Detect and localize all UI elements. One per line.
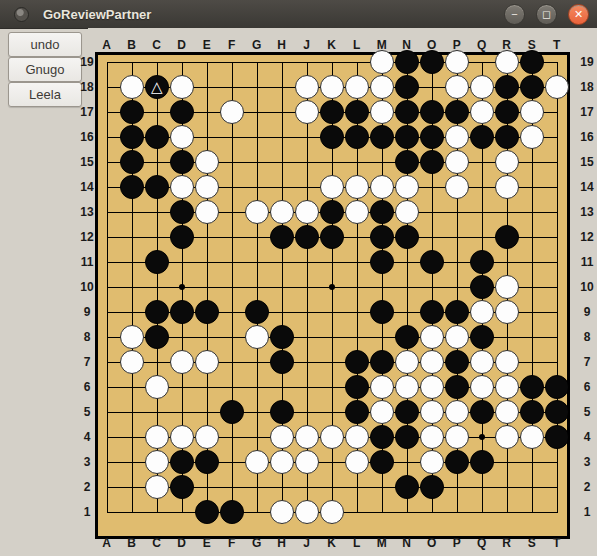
stone-white bbox=[495, 375, 519, 399]
row-label: 1 bbox=[84, 505, 91, 519]
star-point bbox=[479, 434, 485, 440]
stone-white bbox=[395, 175, 419, 199]
row-label: 15 bbox=[80, 155, 93, 169]
stone-black bbox=[545, 375, 569, 399]
row-label: 11 bbox=[81, 255, 94, 269]
stone-white bbox=[195, 200, 219, 224]
stone-black bbox=[370, 250, 394, 274]
stone-black bbox=[395, 100, 419, 124]
stone-black bbox=[445, 300, 469, 324]
row-label: 5 bbox=[84, 405, 91, 419]
stone-black bbox=[420, 250, 444, 274]
stone-white bbox=[320, 175, 344, 199]
column-label: T bbox=[553, 38, 560, 52]
row-label: 18 bbox=[80, 80, 93, 94]
stone-black bbox=[420, 50, 444, 74]
gnugo-button[interactable]: Gnugo bbox=[8, 57, 82, 82]
stone-white bbox=[145, 375, 169, 399]
stone-black bbox=[520, 400, 544, 424]
stone-white bbox=[395, 200, 419, 224]
row-label: 16 bbox=[580, 130, 593, 144]
stone-black bbox=[170, 100, 194, 124]
stone-black bbox=[395, 475, 419, 499]
stone-white bbox=[295, 450, 319, 474]
column-label: R bbox=[502, 38, 511, 52]
stone-black bbox=[420, 150, 444, 174]
stone-white bbox=[495, 400, 519, 424]
stone-black bbox=[195, 450, 219, 474]
column-label: F bbox=[228, 38, 235, 52]
column-label: P bbox=[453, 536, 461, 550]
stone-white bbox=[495, 150, 519, 174]
stone-white bbox=[420, 450, 444, 474]
stone-black bbox=[195, 500, 219, 524]
column-label: J bbox=[303, 536, 310, 550]
stone-black bbox=[495, 100, 519, 124]
go-board[interactable]: △ bbox=[95, 52, 570, 539]
column-label: T bbox=[553, 536, 560, 550]
stone-black bbox=[120, 175, 144, 199]
row-label: 1 bbox=[584, 505, 591, 519]
stone-white bbox=[195, 425, 219, 449]
stone-black bbox=[345, 125, 369, 149]
last-move-marker: △ bbox=[151, 79, 163, 94]
sidebar: undo Gnugo Leela bbox=[0, 28, 88, 556]
row-label: 19 bbox=[80, 55, 93, 69]
row-label: 2 bbox=[84, 480, 91, 494]
stone-white bbox=[145, 450, 169, 474]
stone-white bbox=[270, 425, 294, 449]
stone-black bbox=[170, 300, 194, 324]
row-label: 11 bbox=[581, 255, 594, 269]
column-label: H bbox=[277, 38, 286, 52]
stone-black bbox=[445, 450, 469, 474]
stone-black bbox=[395, 325, 419, 349]
stone-white bbox=[345, 75, 369, 99]
stone-black bbox=[495, 75, 519, 99]
stone-black bbox=[145, 125, 169, 149]
row-label: 14 bbox=[580, 180, 593, 194]
stone-black bbox=[420, 300, 444, 324]
stone-white bbox=[145, 425, 169, 449]
stone-black bbox=[420, 125, 444, 149]
minimize-button[interactable]: − bbox=[504, 4, 525, 25]
stone-black bbox=[295, 225, 319, 249]
stone-white bbox=[320, 500, 344, 524]
board-canvas: △ AABBCCDDEEFFGGHHJJKKLLMMNNOOPPQQRRSSTT… bbox=[88, 28, 597, 556]
app-icon bbox=[14, 7, 29, 22]
stone-black bbox=[445, 375, 469, 399]
row-label: 2 bbox=[584, 480, 591, 494]
row-label: 17 bbox=[580, 105, 593, 119]
row-label: 4 bbox=[84, 430, 91, 444]
stone-black bbox=[345, 375, 369, 399]
stone-white bbox=[170, 425, 194, 449]
stone-white bbox=[470, 350, 494, 374]
stone-white bbox=[545, 75, 569, 99]
row-label: 10 bbox=[580, 280, 593, 294]
stone-white bbox=[145, 475, 169, 499]
stone-white bbox=[495, 175, 519, 199]
stone-black bbox=[170, 150, 194, 174]
undo-button[interactable]: undo bbox=[8, 32, 82, 57]
row-label: 8 bbox=[84, 330, 91, 344]
column-label: E bbox=[203, 38, 211, 52]
stone-black bbox=[520, 75, 544, 99]
stone-black bbox=[170, 200, 194, 224]
stone-white bbox=[195, 175, 219, 199]
stone-white bbox=[320, 75, 344, 99]
stone-black bbox=[495, 125, 519, 149]
row-label: 13 bbox=[80, 205, 93, 219]
row-label: 13 bbox=[580, 205, 593, 219]
stone-white bbox=[370, 50, 394, 74]
stone-white bbox=[520, 125, 544, 149]
stone-white bbox=[345, 425, 369, 449]
row-label: 3 bbox=[84, 455, 91, 469]
stone-black bbox=[245, 300, 269, 324]
column-label: H bbox=[277, 536, 286, 550]
stone-white bbox=[445, 175, 469, 199]
stone-black bbox=[470, 450, 494, 474]
stone-black bbox=[395, 425, 419, 449]
stone-white bbox=[195, 350, 219, 374]
stone-white bbox=[270, 450, 294, 474]
app-window: GoReviewPartner − ◻ ✕ undo Gnugo Leela △… bbox=[0, 0, 597, 556]
column-label: O bbox=[427, 38, 436, 52]
row-label: 7 bbox=[84, 355, 91, 369]
column-label: E bbox=[203, 536, 211, 550]
stone-black bbox=[145, 175, 169, 199]
stone-white bbox=[295, 425, 319, 449]
stone-white bbox=[345, 450, 369, 474]
stone-white bbox=[120, 75, 144, 99]
column-label: J bbox=[303, 38, 310, 52]
stone-white bbox=[370, 75, 394, 99]
stone-black bbox=[270, 225, 294, 249]
stone-white bbox=[195, 150, 219, 174]
row-label: 12 bbox=[580, 230, 593, 244]
column-label: Q bbox=[477, 536, 486, 550]
stone-white bbox=[170, 125, 194, 149]
column-label: S bbox=[528, 536, 536, 550]
row-label: 7 bbox=[584, 355, 591, 369]
row-label: 10 bbox=[80, 280, 93, 294]
stone-black bbox=[370, 425, 394, 449]
column-label: Q bbox=[477, 38, 486, 52]
stone-black bbox=[220, 500, 244, 524]
row-label: 18 bbox=[580, 80, 593, 94]
row-label: 6 bbox=[584, 380, 591, 394]
column-label: G bbox=[252, 536, 261, 550]
maximize-button[interactable]: ◻ bbox=[536, 4, 557, 25]
stone-white bbox=[445, 400, 469, 424]
row-label: 8 bbox=[584, 330, 591, 344]
row-label: 9 bbox=[584, 305, 591, 319]
stone-black bbox=[345, 100, 369, 124]
stone-black bbox=[395, 225, 419, 249]
column-label: C bbox=[152, 536, 161, 550]
stone-black bbox=[520, 375, 544, 399]
column-label: L bbox=[353, 536, 360, 550]
stone-black bbox=[195, 300, 219, 324]
stone-white bbox=[445, 150, 469, 174]
stone-black bbox=[370, 300, 394, 324]
stone-white bbox=[295, 500, 319, 524]
stone-black bbox=[320, 100, 344, 124]
stone-white bbox=[245, 450, 269, 474]
stone-black bbox=[395, 75, 419, 99]
row-label: 15 bbox=[580, 155, 593, 169]
stone-white bbox=[470, 375, 494, 399]
stone-white bbox=[445, 50, 469, 74]
stone-white bbox=[370, 175, 394, 199]
stone-black bbox=[470, 250, 494, 274]
column-label: N bbox=[402, 38, 411, 52]
row-label: 9 bbox=[84, 305, 91, 319]
column-label: B bbox=[127, 536, 136, 550]
stone-white bbox=[220, 100, 244, 124]
stone-black bbox=[345, 400, 369, 424]
stone-white bbox=[295, 75, 319, 99]
stone-white bbox=[445, 325, 469, 349]
stone-white bbox=[245, 325, 269, 349]
column-label: K bbox=[327, 38, 336, 52]
column-label: M bbox=[377, 536, 387, 550]
row-label: 4 bbox=[584, 430, 591, 444]
leela-button[interactable]: Leela bbox=[8, 82, 82, 107]
stone-black bbox=[145, 325, 169, 349]
stone-white bbox=[270, 500, 294, 524]
stone-black bbox=[370, 225, 394, 249]
stone-white bbox=[170, 175, 194, 199]
stone-white bbox=[495, 425, 519, 449]
stone-white bbox=[495, 350, 519, 374]
stone-white bbox=[120, 325, 144, 349]
row-label: 14 bbox=[80, 180, 93, 194]
stone-white bbox=[520, 425, 544, 449]
row-label: 12 bbox=[80, 230, 93, 244]
stone-black bbox=[395, 50, 419, 74]
stone-white bbox=[170, 75, 194, 99]
stone-black bbox=[395, 150, 419, 174]
stone-white bbox=[120, 350, 144, 374]
stone-black bbox=[495, 225, 519, 249]
column-label: L bbox=[353, 38, 360, 52]
stone-black bbox=[395, 400, 419, 424]
stone-black bbox=[145, 250, 169, 274]
stone-black bbox=[420, 475, 444, 499]
stone-black bbox=[170, 475, 194, 499]
stone-white bbox=[420, 425, 444, 449]
star-point bbox=[329, 284, 335, 290]
grid-line bbox=[107, 62, 558, 63]
stone-black bbox=[345, 350, 369, 374]
row-label: 19 bbox=[580, 55, 593, 69]
row-label: 17 bbox=[80, 105, 93, 119]
stone-black bbox=[170, 225, 194, 249]
column-label: F bbox=[228, 536, 235, 550]
stone-white bbox=[470, 75, 494, 99]
stone-black bbox=[420, 100, 444, 124]
column-label: R bbox=[502, 536, 511, 550]
stone-white bbox=[370, 375, 394, 399]
stone-black bbox=[470, 400, 494, 424]
column-label: D bbox=[177, 536, 186, 550]
column-label: B bbox=[127, 38, 136, 52]
stone-black bbox=[520, 50, 544, 74]
stone-black bbox=[120, 125, 144, 149]
star-point bbox=[179, 284, 185, 290]
column-label: A bbox=[102, 38, 111, 52]
column-label: K bbox=[327, 536, 336, 550]
stone-white bbox=[420, 400, 444, 424]
row-label: 3 bbox=[584, 455, 591, 469]
stone-white bbox=[445, 125, 469, 149]
stone-white bbox=[395, 350, 419, 374]
stone-white bbox=[345, 200, 369, 224]
stone-black bbox=[395, 125, 419, 149]
row-label: 16 bbox=[80, 130, 93, 144]
stone-black bbox=[470, 325, 494, 349]
column-label: O bbox=[427, 536, 436, 550]
stone-black bbox=[270, 350, 294, 374]
stone-white bbox=[270, 200, 294, 224]
stone-white bbox=[320, 425, 344, 449]
stone-white bbox=[370, 400, 394, 424]
stone-black bbox=[445, 350, 469, 374]
title-bar[interactable]: GoReviewPartner − ◻ ✕ bbox=[0, 0, 597, 29]
stone-white bbox=[370, 100, 394, 124]
stone-white bbox=[495, 300, 519, 324]
stone-black bbox=[170, 450, 194, 474]
stone-black bbox=[270, 325, 294, 349]
stone-black bbox=[370, 350, 394, 374]
close-button[interactable]: ✕ bbox=[568, 4, 589, 25]
stone-white bbox=[245, 200, 269, 224]
stone-black bbox=[120, 100, 144, 124]
column-label: N bbox=[402, 536, 411, 550]
stone-black bbox=[320, 225, 344, 249]
stone-black bbox=[320, 200, 344, 224]
stone-white bbox=[495, 50, 519, 74]
row-label: 5 bbox=[584, 405, 591, 419]
stone-black bbox=[145, 300, 169, 324]
column-label: P bbox=[453, 38, 461, 52]
stone-black bbox=[470, 275, 494, 299]
column-label: A bbox=[102, 536, 111, 550]
column-label: S bbox=[528, 38, 536, 52]
stone-black bbox=[270, 400, 294, 424]
stone-white bbox=[470, 300, 494, 324]
column-label: G bbox=[252, 38, 261, 52]
stone-white bbox=[420, 325, 444, 349]
stone-black bbox=[320, 125, 344, 149]
stone-white bbox=[420, 350, 444, 374]
column-label: M bbox=[377, 38, 387, 52]
stone-black bbox=[120, 150, 144, 174]
stone-white bbox=[395, 375, 419, 399]
stone-black bbox=[470, 125, 494, 149]
stone-white bbox=[445, 75, 469, 99]
stone-black bbox=[370, 125, 394, 149]
stone-white bbox=[470, 100, 494, 124]
stone-white bbox=[420, 375, 444, 399]
column-label: D bbox=[177, 38, 186, 52]
stone-white bbox=[295, 200, 319, 224]
stone-black bbox=[370, 200, 394, 224]
stone-white bbox=[345, 175, 369, 199]
column-label: C bbox=[152, 38, 161, 52]
stone-white bbox=[295, 100, 319, 124]
stone-white bbox=[495, 275, 519, 299]
stone-white bbox=[520, 100, 544, 124]
window-title: GoReviewPartner bbox=[43, 7, 151, 22]
stone-black bbox=[220, 400, 244, 424]
stone-white bbox=[170, 350, 194, 374]
stone-black bbox=[370, 450, 394, 474]
row-label: 6 bbox=[84, 380, 91, 394]
stone-black bbox=[545, 400, 569, 424]
stone-black bbox=[545, 425, 569, 449]
stone-white bbox=[445, 425, 469, 449]
stone-black bbox=[445, 100, 469, 124]
